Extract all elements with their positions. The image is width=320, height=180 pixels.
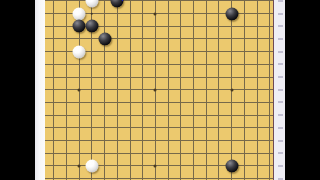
scrollbar-tick [278,89,283,91]
hoshi-star-point [154,12,157,15]
grid-line-horizontal [45,102,274,103]
hoshi-star-point [78,88,81,91]
grid-line-horizontal [45,77,274,78]
grid-line-horizontal [45,153,274,154]
scrollbar-tick [278,114,283,116]
grid-line-horizontal [45,38,274,39]
scrollbar-tick [278,0,283,2]
black-stone-E15 [85,20,98,33]
letterbox-left [0,0,35,180]
black-stone-Q16 [225,7,238,20]
scrollbar-tick [278,13,283,15]
last-move-marker-icon [116,0,123,2]
grid-line-horizontal [45,127,274,128]
annotation-dot [91,12,94,15]
scrollbar-track[interactable] [273,0,286,180]
scrollbar-tick [278,140,283,142]
white-stone-D13 [73,45,86,58]
left-panel-strip [35,0,45,180]
hoshi-star-point [230,88,233,91]
scrollbar-tick [278,38,283,40]
scrollbar-tick [278,127,283,129]
scrollbar-tick [278,165,283,167]
white-stone-E17 [85,0,98,7]
grid-line-horizontal [45,140,274,141]
scrollbar-tick [278,25,283,27]
go-board[interactable] [45,0,274,180]
scrollbar-tick [278,63,283,65]
white-stone-D16 [73,7,86,20]
hoshi-star-point [78,164,81,167]
grid-line-horizontal [45,64,274,65]
hoshi-star-point [154,88,157,91]
grid-line-horizontal [45,178,274,179]
black-stone-F14 [98,32,111,45]
scrollbar-tick [278,152,283,154]
scrollbar-tick [278,178,283,180]
grid-line-horizontal [45,0,274,1]
black-stone-Q4 [225,159,238,172]
scrollbar-tick [278,76,283,78]
letterbox-right [285,0,320,180]
hoshi-star-point [154,164,157,167]
scrollbar-tick [278,101,283,103]
black-stone-G17 [111,0,124,7]
app-frame [0,0,320,180]
black-stone-D15 [73,20,86,33]
scrollbar-tick [278,51,283,53]
grid-line-horizontal [45,115,274,116]
white-stone-E4 [85,159,98,172]
